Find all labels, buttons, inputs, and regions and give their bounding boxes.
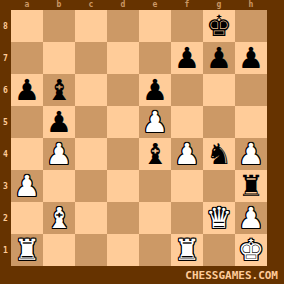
file-label-d: d — [107, 0, 139, 10]
file-label-e: e — [139, 0, 171, 10]
square-a8[interactable] — [11, 10, 43, 42]
white-pawn[interactable]: ♟ — [238, 138, 264, 170]
square-c1[interactable] — [75, 234, 107, 266]
square-e1[interactable] — [139, 234, 171, 266]
square-f1[interactable]: ♜ — [171, 234, 203, 266]
square-d4[interactable] — [107, 138, 139, 170]
square-e2[interactable] — [139, 202, 171, 234]
rank-label-1: 1 — [0, 234, 11, 266]
square-e6[interactable]: ♟ — [139, 74, 171, 106]
square-b1[interactable] — [43, 234, 75, 266]
rank-label-7: 7 — [0, 42, 11, 74]
square-f7[interactable]: ♟ — [171, 42, 203, 74]
square-c3[interactable] — [75, 170, 107, 202]
square-g2[interactable]: ♛ — [203, 202, 235, 234]
white-pawn[interactable]: ♟ — [142, 106, 168, 138]
black-pawn[interactable]: ♟ — [238, 42, 264, 74]
square-f3[interactable] — [171, 170, 203, 202]
file-label-h: h — [235, 0, 267, 10]
black-rook[interactable]: ♜ — [238, 170, 264, 202]
square-g6[interactable] — [203, 74, 235, 106]
rank-label-4: 4 — [0, 138, 11, 170]
square-g1[interactable] — [203, 234, 235, 266]
square-d5[interactable] — [107, 106, 139, 138]
square-h3[interactable]: ♜ — [235, 170, 267, 202]
square-e8[interactable] — [139, 10, 171, 42]
square-f5[interactable] — [171, 106, 203, 138]
black-bishop[interactable]: ♝ — [46, 74, 72, 106]
board-grid[interactable]: ♚♟♟♟♟♝♟♟♟♟♝♟♞♟♟♜♝♛♟♜♜♚ — [11, 10, 267, 266]
black-pawn[interactable]: ♟ — [174, 42, 200, 74]
chessgames-watermark: CHESSGAMES.COM — [185, 269, 278, 282]
black-pawn[interactable]: ♟ — [206, 42, 232, 74]
rank-labels: 87654321 — [0, 10, 11, 266]
square-d8[interactable] — [107, 10, 139, 42]
square-b3[interactable] — [43, 170, 75, 202]
square-d2[interactable] — [107, 202, 139, 234]
rank-label-3: 3 — [0, 170, 11, 202]
square-b8[interactable] — [43, 10, 75, 42]
square-d1[interactable] — [107, 234, 139, 266]
square-c5[interactable] — [75, 106, 107, 138]
white-pawn[interactable]: ♟ — [174, 138, 200, 170]
rank-label-8: 8 — [0, 10, 11, 42]
square-a7[interactable] — [11, 42, 43, 74]
square-g8[interactable]: ♚ — [203, 10, 235, 42]
square-g7[interactable]: ♟ — [203, 42, 235, 74]
square-f8[interactable] — [171, 10, 203, 42]
square-a5[interactable] — [11, 106, 43, 138]
square-c7[interactable] — [75, 42, 107, 74]
white-rook[interactable]: ♜ — [14, 234, 40, 266]
square-e4[interactable]: ♝ — [139, 138, 171, 170]
square-d7[interactable] — [107, 42, 139, 74]
square-c4[interactable] — [75, 138, 107, 170]
square-e5[interactable]: ♟ — [139, 106, 171, 138]
square-h7[interactable]: ♟ — [235, 42, 267, 74]
square-h1[interactable]: ♚ — [235, 234, 267, 266]
white-queen[interactable]: ♛ — [206, 202, 232, 234]
square-e7[interactable] — [139, 42, 171, 74]
square-b2[interactable]: ♝ — [43, 202, 75, 234]
chessboard: abcdefgh 87654321 ♚♟♟♟♟♝♟♟♟♟♝♟♞♟♟♜♝♛♟♜♜♚… — [0, 0, 284, 284]
white-pawn[interactable]: ♟ — [14, 170, 40, 202]
file-label-a: a — [11, 0, 43, 10]
square-b6[interactable]: ♝ — [43, 74, 75, 106]
white-king[interactable]: ♚ — [238, 234, 264, 266]
file-label-g: g — [203, 0, 235, 10]
square-h5[interactable] — [235, 106, 267, 138]
square-a2[interactable] — [11, 202, 43, 234]
square-g4[interactable]: ♞ — [203, 138, 235, 170]
square-f2[interactable] — [171, 202, 203, 234]
square-e3[interactable] — [139, 170, 171, 202]
black-knight[interactable]: ♞ — [206, 138, 232, 170]
square-c6[interactable] — [75, 74, 107, 106]
file-label-f: f — [171, 0, 203, 10]
square-b4[interactable]: ♟ — [43, 138, 75, 170]
rank-label-5: 5 — [0, 106, 11, 138]
black-pawn[interactable]: ♟ — [46, 106, 72, 138]
square-a4[interactable] — [11, 138, 43, 170]
file-label-c: c — [75, 0, 107, 10]
square-a6[interactable]: ♟ — [11, 74, 43, 106]
square-b5[interactable]: ♟ — [43, 106, 75, 138]
square-a3[interactable]: ♟ — [11, 170, 43, 202]
file-labels: abcdefgh — [11, 0, 267, 10]
square-d3[interactable] — [107, 170, 139, 202]
square-g3[interactable] — [203, 170, 235, 202]
white-pawn[interactable]: ♟ — [46, 138, 72, 170]
square-d6[interactable] — [107, 74, 139, 106]
square-h4[interactable]: ♟ — [235, 138, 267, 170]
square-h6[interactable] — [235, 74, 267, 106]
square-f4[interactable]: ♟ — [171, 138, 203, 170]
black-king[interactable]: ♚ — [206, 10, 232, 42]
white-pawn[interactable]: ♟ — [238, 202, 264, 234]
square-a1[interactable]: ♜ — [11, 234, 43, 266]
file-label-b: b — [43, 0, 75, 10]
square-c8[interactable] — [75, 10, 107, 42]
square-h2[interactable]: ♟ — [235, 202, 267, 234]
square-c2[interactable] — [75, 202, 107, 234]
black-pawn[interactable]: ♟ — [142, 74, 168, 106]
black-pawn[interactable]: ♟ — [14, 74, 40, 106]
square-b7[interactable] — [43, 42, 75, 74]
square-f6[interactable] — [171, 74, 203, 106]
black-bishop[interactable]: ♝ — [142, 138, 168, 170]
rank-label-6: 6 — [0, 74, 11, 106]
rank-label-2: 2 — [0, 202, 11, 234]
white-bishop[interactable]: ♝ — [46, 202, 72, 234]
square-g5[interactable] — [203, 106, 235, 138]
white-rook[interactable]: ♜ — [174, 234, 200, 266]
square-h8[interactable] — [235, 10, 267, 42]
